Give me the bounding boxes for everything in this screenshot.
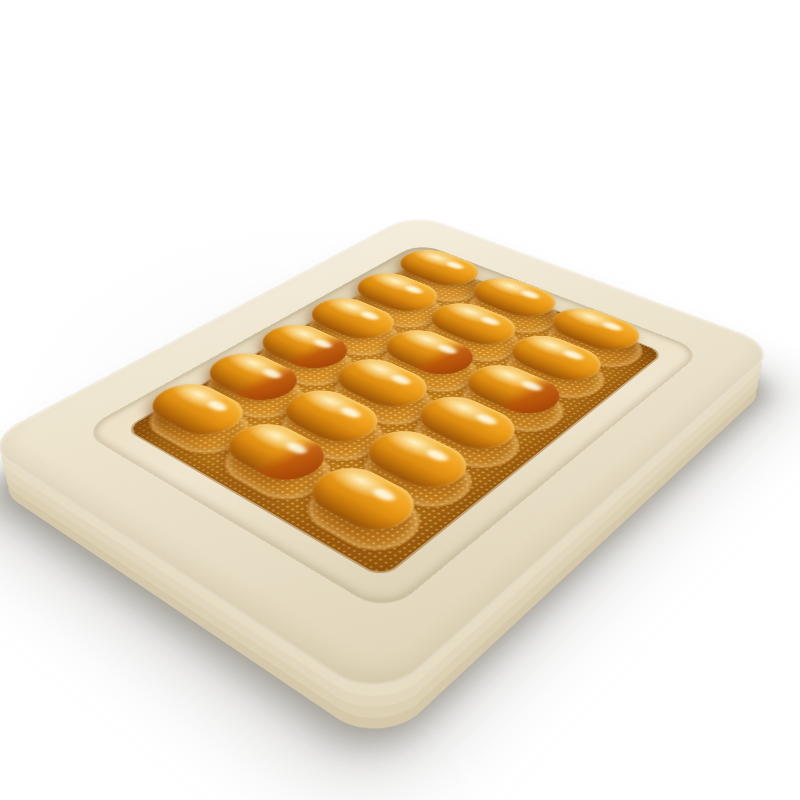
product-photo-scene [0, 0, 800, 800]
